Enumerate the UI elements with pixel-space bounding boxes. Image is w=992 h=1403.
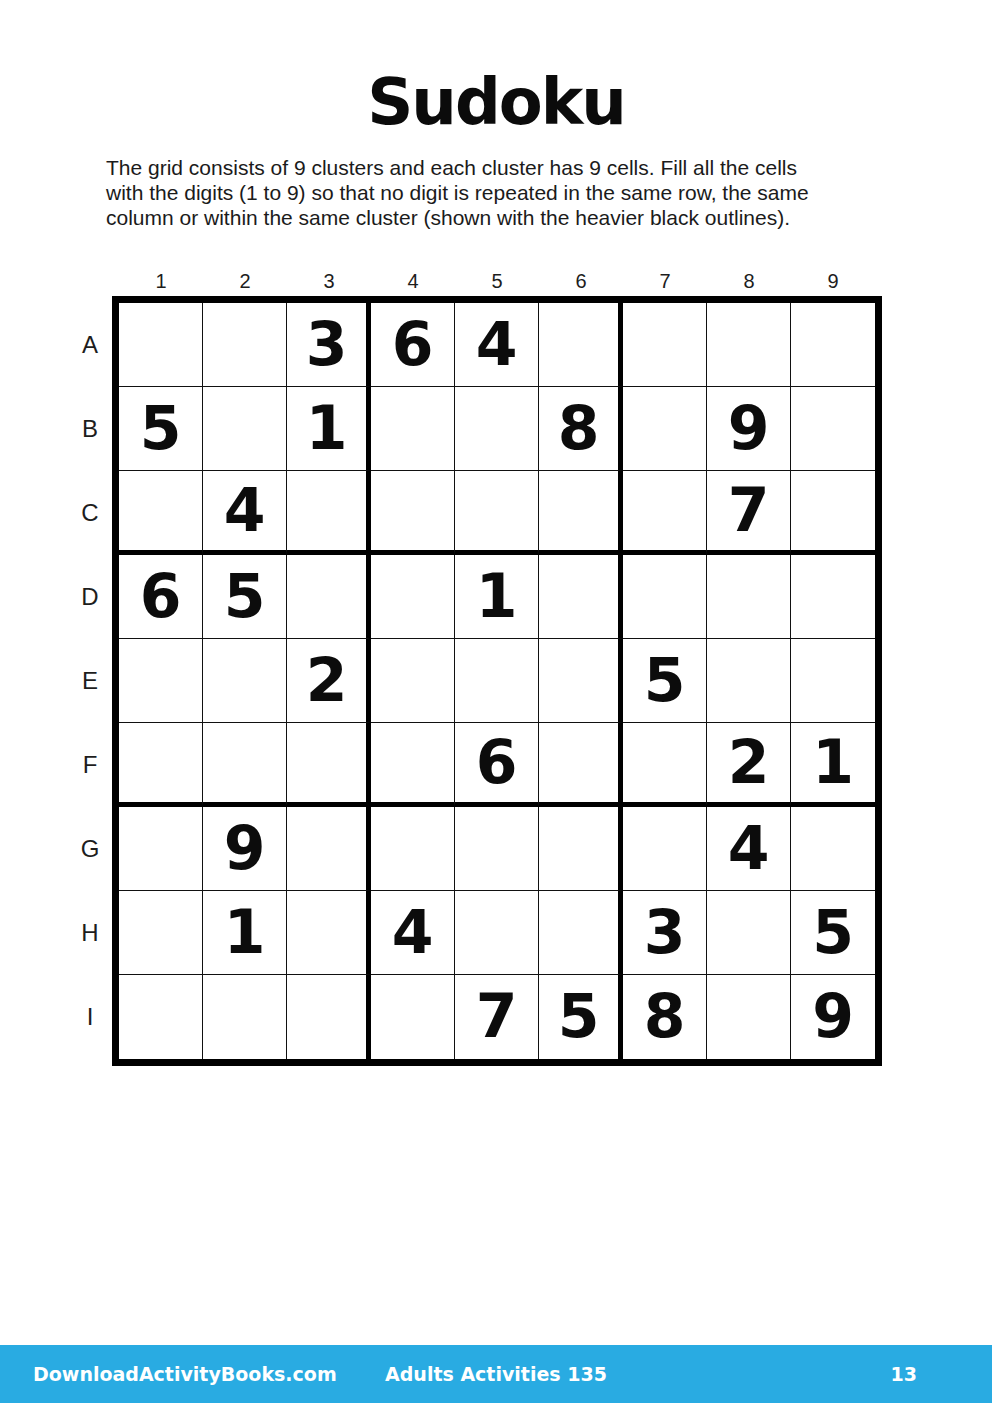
given-digit: 9 [224, 818, 266, 878]
given-digit: 2 [306, 650, 348, 710]
sudoku-board: 123456789 ABCDEFGHI 36451894765125621941… [112, 264, 882, 1066]
cell-H9: 5 [791, 891, 875, 975]
cell-C5[interactable] [455, 471, 539, 555]
cell-E4[interactable] [371, 639, 455, 723]
row-label-E: E [70, 639, 110, 723]
cell-A4: 6 [371, 303, 455, 387]
column-labels: 123456789 [119, 264, 882, 296]
cell-D8[interactable] [707, 555, 791, 639]
cell-B9[interactable] [791, 387, 875, 471]
footer-bar: DownloadActivityBooks.com Adults Activit… [0, 1345, 992, 1403]
cell-D7[interactable] [623, 555, 707, 639]
instructions-line: The grid consists of 9 clusters and each… [106, 155, 916, 180]
cell-F4[interactable] [371, 723, 455, 807]
cell-A2[interactable] [203, 303, 287, 387]
cell-F2[interactable] [203, 723, 287, 807]
cell-D6[interactable] [539, 555, 623, 639]
given-digit: 4 [392, 902, 434, 962]
cell-B8: 9 [707, 387, 791, 471]
page: Sudoku The grid consists of 9 clusters a… [0, 0, 992, 1403]
given-digit: 6 [140, 566, 182, 626]
given-digit: 4 [476, 314, 518, 374]
cell-F3[interactable] [287, 723, 371, 807]
cell-E3: 2 [287, 639, 371, 723]
cell-D4[interactable] [371, 555, 455, 639]
cell-B3: 1 [287, 387, 371, 471]
given-digit: 1 [476, 566, 518, 626]
cell-H3[interactable] [287, 891, 371, 975]
given-digit: 1 [812, 732, 854, 792]
cell-F6[interactable] [539, 723, 623, 807]
cell-H2: 1 [203, 891, 287, 975]
instructions: The grid consists of 9 clusters and each… [106, 155, 916, 230]
cell-I2[interactable] [203, 975, 287, 1059]
cell-F7[interactable] [623, 723, 707, 807]
cell-E1[interactable] [119, 639, 203, 723]
cell-C3[interactable] [287, 471, 371, 555]
given-digit: 8 [644, 986, 686, 1046]
cell-C9[interactable] [791, 471, 875, 555]
given-digit: 5 [558, 986, 600, 1046]
cell-I4[interactable] [371, 975, 455, 1059]
row-labels: ABCDEFGHI [70, 303, 110, 1059]
cell-I5: 7 [455, 975, 539, 1059]
footer-page-number: 13 [891, 1363, 917, 1385]
cell-E7: 5 [623, 639, 707, 723]
cell-C6[interactable] [539, 471, 623, 555]
given-digit: 5 [812, 902, 854, 962]
given-digit: 7 [476, 986, 518, 1046]
given-digit: 6 [392, 314, 434, 374]
cell-G6[interactable] [539, 807, 623, 891]
cell-B7[interactable] [623, 387, 707, 471]
cell-I8[interactable] [707, 975, 791, 1059]
cell-G3[interactable] [287, 807, 371, 891]
column-label-5: 5 [455, 264, 539, 296]
row-label-I: I [70, 975, 110, 1059]
cell-F1[interactable] [119, 723, 203, 807]
cell-A8[interactable] [707, 303, 791, 387]
row-label-H: H [70, 891, 110, 975]
cell-G8: 4 [707, 807, 791, 891]
cell-I6: 5 [539, 975, 623, 1059]
column-label-6: 6 [539, 264, 623, 296]
cell-B2[interactable] [203, 387, 287, 471]
cell-I7: 8 [623, 975, 707, 1059]
cell-C2: 4 [203, 471, 287, 555]
cell-E5[interactable] [455, 639, 539, 723]
instructions-line: with the digits (1 to 9) so that no digi… [106, 180, 916, 205]
column-label-3: 3 [287, 264, 371, 296]
cell-G2: 9 [203, 807, 287, 891]
given-digit: 7 [728, 480, 770, 540]
cell-C4[interactable] [371, 471, 455, 555]
given-digit: 1 [306, 398, 348, 458]
cell-H1[interactable] [119, 891, 203, 975]
cell-A6[interactable] [539, 303, 623, 387]
row-label-D: D [70, 555, 110, 639]
row-label-A: A [70, 303, 110, 387]
cell-D9[interactable] [791, 555, 875, 639]
cell-I3[interactable] [287, 975, 371, 1059]
cell-I9: 9 [791, 975, 875, 1059]
cell-A9[interactable] [791, 303, 875, 387]
cell-G1[interactable] [119, 807, 203, 891]
cell-F5: 6 [455, 723, 539, 807]
cell-A3: 3 [287, 303, 371, 387]
cell-G7[interactable] [623, 807, 707, 891]
cell-A5: 4 [455, 303, 539, 387]
cell-H4: 4 [371, 891, 455, 975]
cell-G5[interactable] [455, 807, 539, 891]
given-digit: 1 [224, 902, 266, 962]
given-digit: 5 [140, 398, 182, 458]
given-digit: 9 [728, 398, 770, 458]
cell-B1: 5 [119, 387, 203, 471]
cell-C7[interactable] [623, 471, 707, 555]
given-digit: 2 [728, 732, 770, 792]
given-digit: 3 [306, 314, 348, 374]
given-digit: 5 [224, 566, 266, 626]
cell-H7: 3 [623, 891, 707, 975]
cell-F9: 1 [791, 723, 875, 807]
cell-A7[interactable] [623, 303, 707, 387]
sudoku-grid: 364518947651256219414357589 [112, 296, 882, 1066]
given-digit: 8 [558, 398, 600, 458]
cell-B4[interactable] [371, 387, 455, 471]
footer-site-link[interactable]: DownloadActivityBooks.com [33, 1363, 337, 1385]
cell-D2: 5 [203, 555, 287, 639]
cell-E6[interactable] [539, 639, 623, 723]
cell-A1[interactable] [119, 303, 203, 387]
row-label-B: B [70, 387, 110, 471]
row-label-F: F [70, 723, 110, 807]
cell-E2[interactable] [203, 639, 287, 723]
given-digit: 4 [224, 480, 266, 540]
given-digit: 9 [812, 986, 854, 1046]
cell-D3[interactable] [287, 555, 371, 639]
instructions-line: column or within the same cluster (shown… [106, 205, 916, 230]
cell-G4[interactable] [371, 807, 455, 891]
cell-F8: 2 [707, 723, 791, 807]
page-title: Sudoku [0, 64, 992, 141]
cell-H6[interactable] [539, 891, 623, 975]
cell-C8: 7 [707, 471, 791, 555]
row-label-G: G [70, 807, 110, 891]
given-digit: 5 [644, 650, 686, 710]
cell-I1[interactable] [119, 975, 203, 1059]
given-digit: 4 [728, 818, 770, 878]
column-label-1: 1 [119, 264, 203, 296]
footer-book-title: Adults Activities 135 [385, 1363, 607, 1385]
given-digit: 6 [476, 732, 518, 792]
cell-H5[interactable] [455, 891, 539, 975]
column-label-8: 8 [707, 264, 791, 296]
cell-C1[interactable] [119, 471, 203, 555]
cell-H8[interactable] [707, 891, 791, 975]
cell-E9[interactable] [791, 639, 875, 723]
cell-D5: 1 [455, 555, 539, 639]
given-digit: 3 [644, 902, 686, 962]
cell-B6: 8 [539, 387, 623, 471]
cell-D1: 6 [119, 555, 203, 639]
column-label-9: 9 [791, 264, 875, 296]
cell-G9[interactable] [791, 807, 875, 891]
column-label-7: 7 [623, 264, 707, 296]
column-label-4: 4 [371, 264, 455, 296]
cell-E8[interactable] [707, 639, 791, 723]
column-label-2: 2 [203, 264, 287, 296]
row-label-C: C [70, 471, 110, 555]
cell-B5[interactable] [455, 387, 539, 471]
